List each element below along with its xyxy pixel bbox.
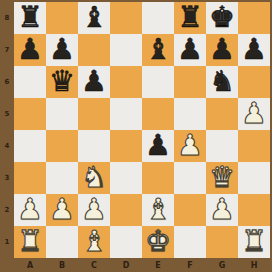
square-h3[interactable] [238, 162, 270, 194]
rank-label-8: 8 [0, 2, 14, 34]
square-f7[interactable]: ♟ [174, 34, 206, 66]
square-g5[interactable] [206, 98, 238, 130]
piece-black-pawn[interactable]: ♟ [174, 34, 206, 66]
piece-black-pawn[interactable]: ♟ [78, 66, 110, 98]
square-e5[interactable] [142, 98, 174, 130]
square-d1[interactable] [110, 226, 142, 258]
square-c4[interactable] [78, 130, 110, 162]
piece-white-bishop[interactable]: ♝ [78, 226, 110, 258]
square-c5[interactable] [78, 98, 110, 130]
square-g3[interactable]: ♛ [206, 162, 238, 194]
square-a5[interactable] [14, 98, 46, 130]
file-label-d: D [110, 258, 142, 272]
piece-white-pawn[interactable]: ♟ [46, 194, 78, 226]
chess-board[interactable]: ♜♝♜♚♟♟♝♟♟♟♛♟♞♟♟♟♞♛♟♟♟♝♟♜♝♚♜ [14, 2, 270, 258]
square-f4[interactable]: ♟ [174, 130, 206, 162]
file-label-a: A [14, 258, 46, 272]
file-label-h: H [238, 258, 270, 272]
piece-white-king[interactable]: ♚ [142, 226, 174, 258]
square-b3[interactable] [46, 162, 78, 194]
square-a8[interactable]: ♜ [14, 2, 46, 34]
square-f2[interactable] [174, 194, 206, 226]
square-c6[interactable]: ♟ [78, 66, 110, 98]
square-h6[interactable] [238, 66, 270, 98]
piece-white-rook[interactable]: ♜ [238, 226, 270, 258]
square-b6[interactable]: ♛ [46, 66, 78, 98]
square-c3[interactable]: ♞ [78, 162, 110, 194]
piece-black-pawn[interactable]: ♟ [14, 34, 46, 66]
square-b2[interactable]: ♟ [46, 194, 78, 226]
square-c2[interactable]: ♟ [78, 194, 110, 226]
square-f8[interactable]: ♜ [174, 2, 206, 34]
square-e2[interactable]: ♝ [142, 194, 174, 226]
chessboard-panel: ♜♝♜♚♟♟♝♟♟♟♛♟♞♟♟♟♞♛♟♟♟♝♟♜♝♚♜ 87654321ABCD… [0, 0, 272, 272]
piece-black-king[interactable]: ♚ [206, 2, 238, 34]
square-h8[interactable] [238, 2, 270, 34]
square-g7[interactable]: ♟ [206, 34, 238, 66]
square-d3[interactable] [110, 162, 142, 194]
square-b1[interactable] [46, 226, 78, 258]
square-c1[interactable]: ♝ [78, 226, 110, 258]
file-label-e: E [142, 258, 174, 272]
rank-label-4: 4 [0, 130, 14, 162]
piece-black-pawn[interactable]: ♟ [46, 34, 78, 66]
piece-white-rook[interactable]: ♜ [14, 226, 46, 258]
rank-label-6: 6 [0, 66, 14, 98]
square-h5[interactable]: ♟ [238, 98, 270, 130]
square-h1[interactable]: ♜ [238, 226, 270, 258]
file-label-b: B [46, 258, 78, 272]
square-g2[interactable]: ♟ [206, 194, 238, 226]
piece-black-bishop[interactable]: ♝ [142, 34, 174, 66]
file-label-f: F [174, 258, 206, 272]
square-d5[interactable] [110, 98, 142, 130]
piece-white-pawn[interactable]: ♟ [14, 194, 46, 226]
piece-black-pawn[interactable]: ♟ [238, 34, 270, 66]
square-f6[interactable] [174, 66, 206, 98]
square-b4[interactable] [46, 130, 78, 162]
square-e1[interactable]: ♚ [142, 226, 174, 258]
square-a4[interactable] [14, 130, 46, 162]
piece-black-bishop[interactable]: ♝ [78, 2, 110, 34]
piece-white-knight[interactable]: ♞ [78, 162, 110, 194]
square-c7[interactable] [78, 34, 110, 66]
square-d7[interactable] [110, 34, 142, 66]
piece-black-pawn[interactable]: ♟ [142, 130, 174, 162]
square-g8[interactable]: ♚ [206, 2, 238, 34]
square-a1[interactable]: ♜ [14, 226, 46, 258]
square-a2[interactable]: ♟ [14, 194, 46, 226]
rank-label-1: 1 [0, 226, 14, 258]
piece-black-queen[interactable]: ♛ [46, 66, 78, 98]
square-f5[interactable] [174, 98, 206, 130]
rank-label-7: 7 [0, 34, 14, 66]
piece-white-pawn[interactable]: ♟ [78, 194, 110, 226]
square-d2[interactable] [110, 194, 142, 226]
piece-black-knight[interactable]: ♞ [206, 66, 238, 98]
square-f1[interactable] [174, 226, 206, 258]
square-e3[interactable] [142, 162, 174, 194]
piece-black-pawn[interactable]: ♟ [206, 34, 238, 66]
square-b5[interactable] [46, 98, 78, 130]
square-a6[interactable] [14, 66, 46, 98]
square-h7[interactable]: ♟ [238, 34, 270, 66]
square-e4[interactable]: ♟ [142, 130, 174, 162]
piece-white-pawn[interactable]: ♟ [238, 98, 270, 130]
square-b7[interactable]: ♟ [46, 34, 78, 66]
square-c8[interactable]: ♝ [78, 2, 110, 34]
file-label-g: G [206, 258, 238, 272]
square-g4[interactable] [206, 130, 238, 162]
square-f3[interactable] [174, 162, 206, 194]
square-h4[interactable] [238, 130, 270, 162]
square-g1[interactable] [206, 226, 238, 258]
rank-label-2: 2 [0, 194, 14, 226]
square-e7[interactable]: ♝ [142, 34, 174, 66]
file-label-c: C [78, 258, 110, 272]
square-g6[interactable]: ♞ [206, 66, 238, 98]
square-e8[interactable] [142, 2, 174, 34]
piece-black-rook[interactable]: ♜ [14, 2, 46, 34]
square-a3[interactable] [14, 162, 46, 194]
piece-white-pawn[interactable]: ♟ [174, 130, 206, 162]
square-d4[interactable] [110, 130, 142, 162]
piece-white-bishop[interactable]: ♝ [142, 194, 174, 226]
square-e6[interactable] [142, 66, 174, 98]
piece-white-queen[interactable]: ♛ [206, 162, 238, 194]
square-d6[interactable] [110, 66, 142, 98]
rank-label-3: 3 [0, 162, 14, 194]
piece-black-rook[interactable]: ♜ [174, 2, 206, 34]
piece-white-pawn[interactable]: ♟ [206, 194, 238, 226]
square-d8[interactable] [110, 2, 142, 34]
square-b8[interactable] [46, 2, 78, 34]
rank-label-5: 5 [0, 98, 14, 130]
square-h2[interactable] [238, 194, 270, 226]
square-a7[interactable]: ♟ [14, 34, 46, 66]
